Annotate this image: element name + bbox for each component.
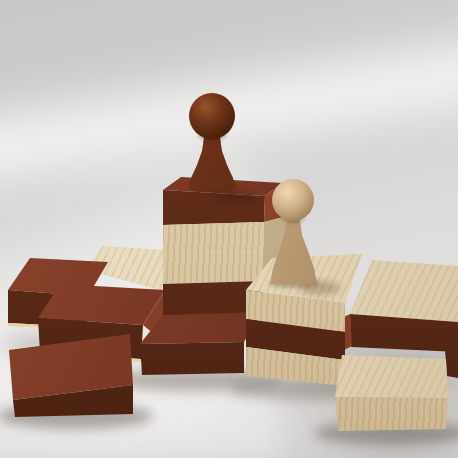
light-pawn-head [272,179,314,221]
photo-scene-wooden-pawns-podium [0,0,458,458]
